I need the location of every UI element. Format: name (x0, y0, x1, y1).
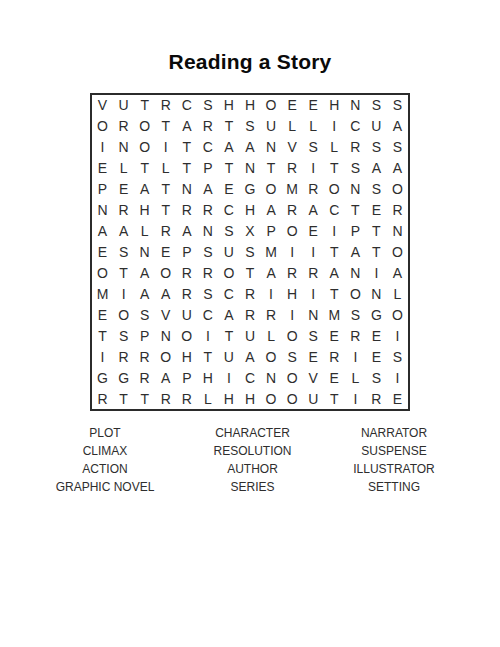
grid-cell-r5c5: N (176, 179, 197, 200)
word-item: GRAPHIC NOVEL (30, 478, 180, 496)
grid-cell-r12c7: T (218, 325, 239, 346)
grid-cell-r3c5: T (176, 137, 197, 158)
grid-cell-r13c12: R (324, 346, 345, 367)
grid-cell-r4c1: E (92, 158, 113, 179)
grid-cell-r2c13: C (345, 116, 366, 137)
grid-cell-r9c3: A (134, 262, 155, 283)
grid-cell-r7c11: E (303, 221, 324, 242)
grid-cell-r6c6: R (197, 200, 218, 221)
grid-cell-r5c10: M (282, 179, 303, 200)
grid-cell-r6c14: E (366, 200, 387, 221)
grid-cell-r5c1: P (92, 179, 113, 200)
grid-cell-r14c13: L (345, 367, 366, 388)
grid-cell-r8c6: S (197, 242, 218, 263)
grid-cell-r9c5: R (176, 262, 197, 283)
grid-cell-r15c13: I (345, 388, 366, 409)
grid-cell-r7c5: A (176, 221, 197, 242)
grid-cell-r10c4: A (155, 283, 176, 304)
grid-cell-r9c10: R (282, 262, 303, 283)
grid-cell-r1c14: S (366, 95, 387, 116)
grid-cell-r15c10: O (282, 388, 303, 409)
grid-cell-r12c1: T (92, 325, 113, 346)
grid-cell-r8c12: T (324, 242, 345, 263)
grid-cell-r5c2: E (113, 179, 134, 200)
grid-cell-r3c2: N (113, 137, 134, 158)
grid-cell-r12c14: E (366, 325, 387, 346)
grid-cell-r8c13: A (345, 242, 366, 263)
grid-cell-r13c11: E (303, 346, 324, 367)
grid-cell-r13c3: R (134, 346, 155, 367)
grid-cell-r11c13: S (345, 304, 366, 325)
grid-cell-r4c2: L (113, 158, 134, 179)
grid-cell-r3c10: V (282, 137, 303, 158)
grid-cell-r7c4: R (155, 221, 176, 242)
grid-cell-r10c6: S (197, 283, 218, 304)
grid-cell-r7c14: T (366, 221, 387, 242)
grid-cell-r11c12: M (324, 304, 345, 325)
grid-cell-r11c10: I (282, 304, 303, 325)
grid-cell-r15c2: T (113, 388, 134, 409)
grid-cell-r2c1: O (92, 116, 113, 137)
grid-cell-r1c3: T (134, 95, 155, 116)
word-item: NARRATOR (325, 424, 463, 442)
grid-cell-r5c6: A (197, 179, 218, 200)
grid-cell-r11c7: A (218, 304, 239, 325)
grid-cell-r10c13: O (345, 283, 366, 304)
grid-cell-r8c15: O (387, 242, 408, 263)
grid-cell-r6c8: H (239, 200, 260, 221)
grid-cell-r8c5: P (176, 242, 197, 263)
word-item: CLIMAX (30, 442, 180, 460)
grid-cell-r1c12: H (324, 95, 345, 116)
grid-cell-r1c11: E (303, 95, 324, 116)
grid-cell-r13c2: R (113, 346, 134, 367)
grid-cell-r3c11: S (303, 137, 324, 158)
grid-cell-r1c7: H (218, 95, 239, 116)
grid-cell-r7c9: P (261, 221, 282, 242)
word-item: ACTION (30, 460, 180, 478)
grid-cell-r11c9: R (261, 304, 282, 325)
grid-cell-r15c6: L (197, 388, 218, 409)
grid-cell-r12c11: S (303, 325, 324, 346)
grid-cell-r11c6: C (197, 304, 218, 325)
grid-cell-r6c9: A (261, 200, 282, 221)
word-item: RESOLUTION (180, 442, 325, 460)
grid-cell-r3c8: A (239, 137, 260, 158)
grid-cell-r10c1: M (92, 283, 113, 304)
grid-cell-r13c10: S (282, 346, 303, 367)
grid-cell-r4c12: T (324, 158, 345, 179)
grid-cell-r4c3: T (134, 158, 155, 179)
grid-cell-r10c15: L (387, 283, 408, 304)
word-column-1: PLOTCLIMAXACTIONGRAPHIC NOVEL (30, 424, 180, 496)
grid-cell-r4c6: P (197, 158, 218, 179)
grid-cell-r9c1: O (92, 262, 113, 283)
grid-cell-r9c13: N (345, 262, 366, 283)
grid-cell-r8c2: S (113, 242, 134, 263)
grid-cell-r5c9: O (261, 179, 282, 200)
grid-cell-r13c13: I (345, 346, 366, 367)
grid-cell-r15c15: E (387, 388, 408, 409)
grid-cell-r1c10: E (282, 95, 303, 116)
grid-cell-r6c1: N (92, 200, 113, 221)
grid-cell-r3c15: S (387, 137, 408, 158)
grid-cell-r1c4: R (155, 95, 176, 116)
grid-cell-r3c6: C (197, 137, 218, 158)
grid-cell-r5c3: A (134, 179, 155, 200)
grid-cell-r9c15: A (387, 262, 408, 283)
grid-cell-r1c6: S (197, 95, 218, 116)
grid-cell-r12c15: I (387, 325, 408, 346)
grid-cell-r14c11: V (303, 367, 324, 388)
grid-cell-r6c3: H (134, 200, 155, 221)
grid-cell-r14c15: I (387, 367, 408, 388)
word-item: PLOT (30, 424, 180, 442)
grid-cell-r5c8: G (239, 179, 260, 200)
grid-cell-r7c3: L (134, 221, 155, 242)
grid-cell-r6c2: R (113, 200, 134, 221)
grid-cell-r2c8: S (239, 116, 260, 137)
grid-cell-r3c4: I (155, 137, 176, 158)
word-item: CHARACTER (180, 424, 325, 442)
grid-cell-r15c12: T (324, 388, 345, 409)
grid-cell-r14c5: P (176, 367, 197, 388)
grid-cell-r6c15: R (387, 200, 408, 221)
grid-cell-r10c12: T (324, 283, 345, 304)
grid-cell-r13c8: A (239, 346, 260, 367)
grid-cell-r2c6: R (197, 116, 218, 137)
grid-cell-r14c9: N (261, 367, 282, 388)
grid-cell-r15c1: R (92, 388, 113, 409)
grid-cell-r7c15: N (387, 221, 408, 242)
grid-cell-r14c4: A (155, 367, 176, 388)
grid-cell-r4c11: I (303, 158, 324, 179)
grid-cell-r1c8: H (239, 95, 260, 116)
grid-cell-r10c3: A (134, 283, 155, 304)
grid-cell-r15c7: H (218, 388, 239, 409)
grid-cell-r13c7: U (218, 346, 239, 367)
grid-cell-r2c3: O (134, 116, 155, 137)
word-list: PLOTCLIMAXACTIONGRAPHIC NOVEL CHARACTERR… (0, 424, 500, 496)
grid-cell-r1c13: N (345, 95, 366, 116)
grid-cell-r10c9: I (261, 283, 282, 304)
grid-cell-r13c9: O (261, 346, 282, 367)
grid-cell-r2c15: A (387, 116, 408, 137)
grid-cell-r11c2: O (113, 304, 134, 325)
grid-cell-r11c1: E (92, 304, 113, 325)
grid-cell-r13c5: H (176, 346, 197, 367)
grid-cell-r7c6: N (197, 221, 218, 242)
grid-cell-r2c10: L (282, 116, 303, 137)
grid-cell-r4c8: N (239, 158, 260, 179)
grid-cell-r15c3: T (134, 388, 155, 409)
grid-cell-r13c4: O (155, 346, 176, 367)
grid-cell-r2c9: U (261, 116, 282, 137)
grid-cell-r8c8: S (239, 242, 260, 263)
grid-cell-r1c2: U (113, 95, 134, 116)
grid-cell-r9c8: T (239, 262, 260, 283)
grid-cell-r15c5: R (176, 388, 197, 409)
grid-cell-r2c11: L (303, 116, 324, 137)
grid-cell-r14c8: C (239, 367, 260, 388)
grid-cell-r8c3: N (134, 242, 155, 263)
grid-cell-r4c7: T (218, 158, 239, 179)
grid-cell-r1c9: O (261, 95, 282, 116)
grid-cell-r6c7: C (218, 200, 239, 221)
grid-cell-r14c10: O (282, 367, 303, 388)
word-item: ILLUSTRATOR (325, 460, 463, 478)
grid-cell-r13c14: E (366, 346, 387, 367)
grid-cell-r14c2: G (113, 367, 134, 388)
grid-cell-r8c4: E (155, 242, 176, 263)
grid-cell-r9c6: R (197, 262, 218, 283)
grid-cell-r6c10: R (282, 200, 303, 221)
grid-cell-r3c14: S (366, 137, 387, 158)
grid-cell-r11c8: R (239, 304, 260, 325)
grid-cell-r15c4: R (155, 388, 176, 409)
grid-cell-r6c11: A (303, 200, 324, 221)
grid-cell-r11c14: G (366, 304, 387, 325)
grid-cell-r11c11: N (303, 304, 324, 325)
grid-cell-r2c2: R (113, 116, 134, 137)
grid-cell-r2c7: T (218, 116, 239, 137)
grid-cell-r11c4: V (155, 304, 176, 325)
grid-cell-r8c11: I (303, 242, 324, 263)
grid-cell-r6c13: T (345, 200, 366, 221)
grid-cell-r15c14: R (366, 388, 387, 409)
word-item: SERIES (180, 478, 325, 496)
grid-cell-r14c3: R (134, 367, 155, 388)
grid-cell-r7c12: I (324, 221, 345, 242)
grid-cell-r3c7: A (218, 137, 239, 158)
grid-cell-r6c5: R (176, 200, 197, 221)
grid-cell-r12c8: U (239, 325, 260, 346)
grid-cell-r14c1: G (92, 367, 113, 388)
grid-cell-r4c10: R (282, 158, 303, 179)
grid-cell-r7c7: S (218, 221, 239, 242)
grid-cell-r14c12: E (324, 367, 345, 388)
grid-cell-r12c9: L (261, 325, 282, 346)
word-search-grid: VUTRCSHHOEEHNSSOROTARTSULLICUAINOITCAANV… (90, 93, 410, 411)
grid-cell-r1c1: V (92, 95, 113, 116)
grid-cell-r10c2: I (113, 283, 134, 304)
grid-cell-r12c5: O (176, 325, 197, 346)
word-column-3: NARRATORSUSPENSEILLUSTRATORSETTING (325, 424, 463, 496)
word-item: SETTING (325, 478, 463, 496)
grid-cell-r5c7: E (218, 179, 239, 200)
grid-cell-r13c15: S (387, 346, 408, 367)
grid-cell-r9c9: A (261, 262, 282, 283)
grid-cell-r14c6: H (197, 367, 218, 388)
grid-cell-r2c4: T (155, 116, 176, 137)
grid-cell-r12c13: R (345, 325, 366, 346)
grid-cell-r2c5: A (176, 116, 197, 137)
grid-cell-r6c12: C (324, 200, 345, 221)
grid-cell-r3c12: L (324, 137, 345, 158)
word-item: SUSPENSE (325, 442, 463, 460)
grid-cell-r8c10: I (282, 242, 303, 263)
grid-cell-r5c13: N (345, 179, 366, 200)
grid-cell-r12c4: N (155, 325, 176, 346)
grid-cell-r12c3: P (134, 325, 155, 346)
grid-cell-r2c12: I (324, 116, 345, 137)
grid-cell-r7c1: A (92, 221, 113, 242)
grid-cell-r2c14: U (366, 116, 387, 137)
grid-cell-r5c12: O (324, 179, 345, 200)
grid-cell-r10c10: H (282, 283, 303, 304)
grid-cell-r5c4: T (155, 179, 176, 200)
grid-cell-r4c5: T (176, 158, 197, 179)
grid-cell-r4c9: T (261, 158, 282, 179)
grid-cell-r10c14: N (366, 283, 387, 304)
grid-cell-r4c15: A (387, 158, 408, 179)
grid-cell-r5c15: O (387, 179, 408, 200)
grid-cell-r1c5: C (176, 95, 197, 116)
page-title: Reading a Story (0, 50, 500, 74)
grid-cell-r9c12: A (324, 262, 345, 283)
grid-cell-r5c11: R (303, 179, 324, 200)
grid-cell-r13c1: I (92, 346, 113, 367)
grid-cell-r11c3: S (134, 304, 155, 325)
grid-cell-r15c9: O (261, 388, 282, 409)
grid-cell-r14c14: S (366, 367, 387, 388)
grid-cell-r4c4: L (155, 158, 176, 179)
grid-cell-r10c5: R (176, 283, 197, 304)
grid-cell-r8c1: E (92, 242, 113, 263)
grid-cell-r15c11: U (303, 388, 324, 409)
grid-cell-r12c6: I (197, 325, 218, 346)
word-item: AUTHOR (180, 460, 325, 478)
grid-cell-r13c6: T (197, 346, 218, 367)
grid-cell-r11c5: U (176, 304, 197, 325)
grid-cell-r9c7: O (218, 262, 239, 283)
grid-cell-r12c10: O (282, 325, 303, 346)
grid-cell-r9c11: R (303, 262, 324, 283)
grid-cell-r9c14: I (366, 262, 387, 283)
grid-cell-r7c8: X (239, 221, 260, 242)
grid-cell-r10c8: R (239, 283, 260, 304)
grid-cell-r7c2: A (113, 221, 134, 242)
grid-cell-r7c10: O (282, 221, 303, 242)
grid-cell-r1c15: S (387, 95, 408, 116)
worksheet-page: Reading a Story VUTRCSHHOEEHNSSOROTARTSU… (0, 0, 500, 647)
grid-cell-r3c3: O (134, 137, 155, 158)
grid-cell-r3c13: R (345, 137, 366, 158)
grid-cell-r3c1: I (92, 137, 113, 158)
word-column-2: CHARACTERRESOLUTIONAUTHORSERIES (180, 424, 325, 496)
grid-cell-r10c11: I (303, 283, 324, 304)
grid-cell-r9c4: O (155, 262, 176, 283)
grid-cell-r12c12: E (324, 325, 345, 346)
grid-cell-r8c7: U (218, 242, 239, 263)
grid-cell-r9c2: T (113, 262, 134, 283)
grid-cell-r14c7: I (218, 367, 239, 388)
grid-cell-r7c13: P (345, 221, 366, 242)
grid-cell-r4c14: A (366, 158, 387, 179)
grid-cell-r5c14: S (366, 179, 387, 200)
grid-cell-r11c15: O (387, 304, 408, 325)
grid-cell-r8c14: T (366, 242, 387, 263)
grid-cell-r6c4: T (155, 200, 176, 221)
grid-cell-r8c9: M (261, 242, 282, 263)
grid-cell-r10c7: C (218, 283, 239, 304)
grid-cell-r12c2: S (113, 325, 134, 346)
grid-cell-r4c13: S (345, 158, 366, 179)
grid-cell-r15c8: H (239, 388, 260, 409)
grid-cell-r3c9: N (261, 137, 282, 158)
